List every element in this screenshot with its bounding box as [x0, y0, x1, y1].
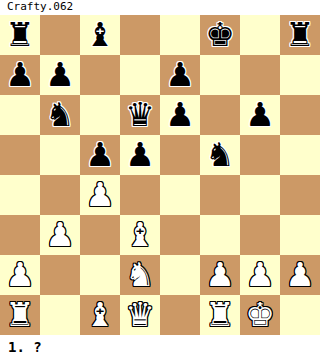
square-a2[interactable]: ♟: [0, 255, 40, 295]
square-e1[interactable]: [160, 295, 200, 335]
square-h5[interactable]: [280, 135, 320, 175]
square-b1[interactable]: [40, 295, 80, 335]
black-bishop[interactable]: ♝: [85, 15, 115, 55]
square-d3[interactable]: ♝: [120, 215, 160, 255]
square-h6[interactable]: [280, 95, 320, 135]
square-c2[interactable]: [80, 255, 120, 295]
white-queen[interactable]: ♛: [125, 295, 155, 335]
black-knight[interactable]: ♞: [205, 135, 235, 175]
square-b8[interactable]: [40, 15, 80, 55]
square-h4[interactable]: [280, 175, 320, 215]
square-d5[interactable]: ♟: [120, 135, 160, 175]
square-f4[interactable]: [200, 175, 240, 215]
square-g2[interactable]: ♟: [240, 255, 280, 295]
white-pawn[interactable]: ♟: [285, 255, 315, 295]
square-b7[interactable]: ♟: [40, 55, 80, 95]
white-king[interactable]: ♚: [245, 295, 275, 335]
square-a3[interactable]: [0, 215, 40, 255]
white-pawn[interactable]: ♟: [205, 255, 235, 295]
move-prompt: 1. ?: [0, 335, 320, 360]
square-c5[interactable]: ♟: [80, 135, 120, 175]
square-d8[interactable]: [120, 15, 160, 55]
black-queen[interactable]: ♛: [125, 95, 155, 135]
square-f5[interactable]: ♞: [200, 135, 240, 175]
square-f1[interactable]: ♜: [200, 295, 240, 335]
square-e8[interactable]: [160, 15, 200, 55]
square-f2[interactable]: ♟: [200, 255, 240, 295]
black-pawn[interactable]: ♟: [125, 135, 155, 175]
square-f8[interactable]: ♚: [200, 15, 240, 55]
square-d4[interactable]: [120, 175, 160, 215]
square-h8[interactable]: ♜: [280, 15, 320, 55]
square-a5[interactable]: [0, 135, 40, 175]
black-rook[interactable]: ♜: [285, 15, 315, 55]
square-b2[interactable]: [40, 255, 80, 295]
square-c4[interactable]: ♟: [80, 175, 120, 215]
square-c7[interactable]: [80, 55, 120, 95]
square-g1[interactable]: ♚: [240, 295, 280, 335]
square-a6[interactable]: [0, 95, 40, 135]
square-d1[interactable]: ♛: [120, 295, 160, 335]
square-a4[interactable]: [0, 175, 40, 215]
black-pawn[interactable]: ♟: [165, 95, 195, 135]
square-g3[interactable]: [240, 215, 280, 255]
square-g6[interactable]: ♟: [240, 95, 280, 135]
white-pawn[interactable]: ♟: [45, 215, 75, 255]
square-c8[interactable]: ♝: [80, 15, 120, 55]
square-e6[interactable]: ♟: [160, 95, 200, 135]
square-d7[interactable]: [120, 55, 160, 95]
square-h2[interactable]: ♟: [280, 255, 320, 295]
square-e4[interactable]: [160, 175, 200, 215]
chess-board[interactable]: ♜♝♚♜♟♟♟♞♛♟♟♟♟♞♟♟♝♟♞♟♟♟♜♝♛♜♚: [0, 15, 320, 335]
white-pawn[interactable]: ♟: [245, 255, 275, 295]
square-b5[interactable]: [40, 135, 80, 175]
black-rook[interactable]: ♜: [5, 15, 35, 55]
square-e5[interactable]: [160, 135, 200, 175]
square-g8[interactable]: [240, 15, 280, 55]
black-pawn[interactable]: ♟: [165, 55, 195, 95]
square-c3[interactable]: [80, 215, 120, 255]
page-title: Crafty.062: [0, 0, 320, 15]
black-pawn[interactable]: ♟: [45, 55, 75, 95]
square-h3[interactable]: [280, 215, 320, 255]
white-bishop[interactable]: ♝: [125, 215, 155, 255]
square-h1[interactable]: [280, 295, 320, 335]
white-knight[interactable]: ♞: [125, 255, 155, 295]
square-g5[interactable]: [240, 135, 280, 175]
square-a7[interactable]: ♟: [0, 55, 40, 95]
square-g7[interactable]: [240, 55, 280, 95]
square-f6[interactable]: [200, 95, 240, 135]
square-f3[interactable]: [200, 215, 240, 255]
white-bishop[interactable]: ♝: [85, 295, 115, 335]
square-b3[interactable]: ♟: [40, 215, 80, 255]
square-e3[interactable]: [160, 215, 200, 255]
square-a8[interactable]: ♜: [0, 15, 40, 55]
square-b6[interactable]: ♞: [40, 95, 80, 135]
square-c6[interactable]: [80, 95, 120, 135]
square-c1[interactable]: ♝: [80, 295, 120, 335]
white-rook[interactable]: ♜: [205, 295, 235, 335]
square-b4[interactable]: [40, 175, 80, 215]
white-pawn[interactable]: ♟: [5, 255, 35, 295]
black-pawn[interactable]: ♟: [5, 55, 35, 95]
black-king[interactable]: ♚: [205, 15, 235, 55]
square-d6[interactable]: ♛: [120, 95, 160, 135]
square-a1[interactable]: ♜: [0, 295, 40, 335]
square-f7[interactable]: [200, 55, 240, 95]
square-g4[interactable]: [240, 175, 280, 215]
black-pawn[interactable]: ♟: [245, 95, 275, 135]
black-knight[interactable]: ♞: [45, 95, 75, 135]
square-d2[interactable]: ♞: [120, 255, 160, 295]
black-pawn[interactable]: ♟: [85, 135, 115, 175]
white-rook[interactable]: ♜: [5, 295, 35, 335]
square-e7[interactable]: ♟: [160, 55, 200, 95]
square-e2[interactable]: [160, 255, 200, 295]
square-h7[interactable]: [280, 55, 320, 95]
white-pawn[interactable]: ♟: [85, 175, 115, 215]
